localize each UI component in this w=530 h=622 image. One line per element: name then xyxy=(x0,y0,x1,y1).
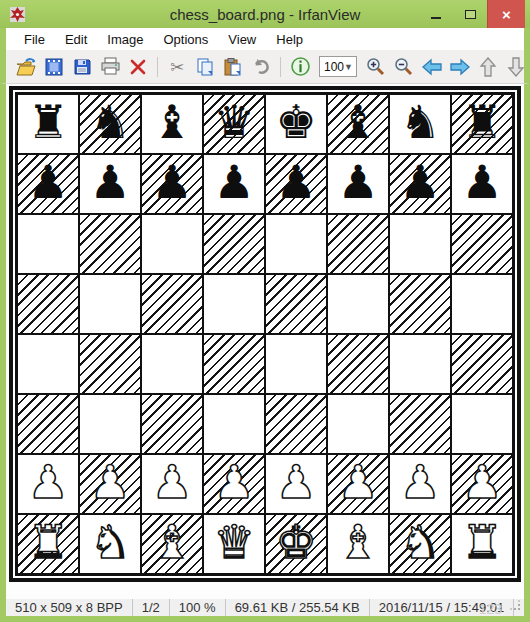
square-e5 xyxy=(265,274,327,334)
square-b3 xyxy=(79,394,141,454)
square-h5 xyxy=(451,274,513,334)
square-g3 xyxy=(389,394,451,454)
square-b1: ♞ xyxy=(79,514,141,574)
square-a2: ♟ xyxy=(17,454,79,514)
square-f7: ♟ xyxy=(327,154,389,214)
square-f3 xyxy=(327,394,389,454)
square-d2: ♟ xyxy=(203,454,265,514)
piece-black-pawn-c7: ♟ xyxy=(151,159,192,205)
piece-white-pawn-b2: ♟ xyxy=(89,459,130,505)
square-c2: ♟ xyxy=(141,454,203,514)
square-d4 xyxy=(203,334,265,394)
square-g6 xyxy=(389,214,451,274)
piece-white-pawn-a2: ♟ xyxy=(27,459,68,505)
square-a3 xyxy=(17,394,79,454)
piece-white-knight-b1: ♞ xyxy=(89,519,130,565)
piece-white-pawn-c2: ♟ xyxy=(151,459,192,505)
status-image-dimensions: 510 x 509 x 8 BPP xyxy=(6,599,133,616)
close-button[interactable]: × xyxy=(487,0,525,28)
copy-icon[interactable] xyxy=(192,54,218,80)
menu-options[interactable]: Options xyxy=(154,28,219,50)
square-g4 xyxy=(389,334,451,394)
square-e3 xyxy=(265,394,327,454)
piece-black-king-e8: ♚ xyxy=(275,99,316,145)
square-b4 xyxy=(79,334,141,394)
status-file-size: 69.61 KB / 255.54 KB xyxy=(226,599,370,616)
square-f4 xyxy=(327,334,389,394)
info-icon[interactable] xyxy=(287,54,313,80)
toolbar-separator xyxy=(157,57,158,77)
square-e6 xyxy=(265,214,327,274)
chess-board-image: ♜♞♝♛♚♝♞♜♟♟♟♟♟♟♟♟♟♟♟♟♟♟♟♟♜♞♝♛♚♝♞♜ xyxy=(9,86,521,582)
piece-black-knight-b8: ♞ xyxy=(89,99,130,145)
square-e7: ♟ xyxy=(265,154,327,214)
piece-black-pawn-d7: ♟ xyxy=(213,159,254,205)
piece-black-bishop-c8: ♝ xyxy=(151,99,192,145)
image-viewport: ♜♞♝♛♚♝♞♜♟♟♟♟♟♟♟♟♟♟♟♟♟♟♟♟♜♞♝♛♚♝♞♜ xyxy=(0,84,530,599)
square-b2: ♟ xyxy=(79,454,141,514)
square-d3 xyxy=(203,394,265,454)
toolbar-separator xyxy=(280,57,281,77)
piece-black-queen-d8: ♛ xyxy=(213,99,254,145)
square-e8: ♚ xyxy=(265,94,327,154)
square-a6 xyxy=(17,214,79,274)
square-c7: ♟ xyxy=(141,154,203,214)
square-e4 xyxy=(265,334,327,394)
square-h3 xyxy=(451,394,513,454)
square-b7: ♟ xyxy=(79,154,141,214)
square-a7: ♟ xyxy=(17,154,79,214)
zoom-in-icon[interactable] xyxy=(363,54,389,80)
square-a1: ♜ xyxy=(17,514,79,574)
menu-view[interactable]: View xyxy=(218,28,266,50)
save-icon[interactable] xyxy=(69,54,95,80)
square-b5 xyxy=(79,274,141,334)
undo-icon[interactable] xyxy=(248,54,274,80)
square-g8: ♞ xyxy=(389,94,451,154)
window-controls: × xyxy=(419,0,530,28)
piece-black-pawn-f7: ♟ xyxy=(337,159,378,205)
square-f8: ♝ xyxy=(327,94,389,154)
square-f2: ♟ xyxy=(327,454,389,514)
previous-image-icon[interactable] xyxy=(419,54,445,80)
square-e2: ♟ xyxy=(265,454,327,514)
square-c4 xyxy=(141,334,203,394)
piece-black-knight-g8: ♞ xyxy=(399,99,440,145)
square-h1: ♜ xyxy=(451,514,513,574)
piece-black-pawn-b7: ♟ xyxy=(89,159,130,205)
piece-white-king-e1: ♚ xyxy=(275,519,316,565)
square-a4 xyxy=(17,334,79,394)
piece-white-rook-h1: ♜ xyxy=(461,519,502,565)
chess-board-grid: ♜♞♝♛♚♝♞♜♟♟♟♟♟♟♟♟♟♟♟♟♟♟♟♟♜♞♝♛♚♝♞♜ xyxy=(15,92,515,576)
square-f5 xyxy=(327,274,389,334)
menu-help[interactable]: Help xyxy=(266,28,313,50)
square-d1: ♛ xyxy=(203,514,265,574)
minimize-button[interactable] xyxy=(419,0,453,28)
square-f6 xyxy=(327,214,389,274)
square-h6 xyxy=(451,214,513,274)
thumbnails-icon[interactable] xyxy=(41,54,67,80)
square-g5 xyxy=(389,274,451,334)
print-icon[interactable] xyxy=(97,54,123,80)
square-b8: ♞ xyxy=(79,94,141,154)
delete-icon[interactable] xyxy=(125,54,151,80)
zoom-out-icon[interactable] xyxy=(391,54,417,80)
piece-white-pawn-g2: ♟ xyxy=(399,459,440,505)
square-d6 xyxy=(203,214,265,274)
piece-white-bishop-c1: ♝ xyxy=(151,519,192,565)
title-bar: chess_board.png - IrfanView × xyxy=(0,0,530,28)
minimize-icon xyxy=(431,17,441,19)
piece-white-pawn-d2: ♟ xyxy=(213,459,254,505)
square-d5 xyxy=(203,274,265,334)
piece-black-rook-a8: ♜ xyxy=(27,99,68,145)
status-datetime: 2016/11/15 / 15:49:01 xyxy=(370,599,515,616)
maximize-icon xyxy=(465,10,476,19)
toolbar: ✂ xyxy=(0,50,530,84)
piece-white-bishop-f1: ♝ xyxy=(337,519,378,565)
square-b6 xyxy=(79,214,141,274)
paste-icon[interactable] xyxy=(220,54,246,80)
square-f1: ♝ xyxy=(327,514,389,574)
chevron-down-icon: ▼ xyxy=(344,62,356,72)
square-c6 xyxy=(141,214,203,274)
square-h7: ♟ xyxy=(451,154,513,214)
piece-white-pawn-e2: ♟ xyxy=(275,459,316,505)
status-zoom-percent: 100 % xyxy=(170,599,226,616)
square-e1: ♚ xyxy=(265,514,327,574)
zoom-level-value: 100 xyxy=(324,60,344,74)
square-c3 xyxy=(141,394,203,454)
maximize-button[interactable] xyxy=(453,0,487,28)
zoom-level-combobox[interactable]: 100 ▼ xyxy=(319,56,357,77)
square-c8: ♝ xyxy=(141,94,203,154)
piece-black-pawn-e7: ♟ xyxy=(275,159,316,205)
piece-black-pawn-g7: ♟ xyxy=(399,159,440,205)
square-c5 xyxy=(141,274,203,334)
square-g2: ♟ xyxy=(389,454,451,514)
square-g1: ♞ xyxy=(389,514,451,574)
menu-file[interactable]: File xyxy=(14,28,55,50)
piece-white-rook-a1: ♜ xyxy=(27,519,68,565)
square-h8: ♜ xyxy=(451,94,513,154)
square-c1: ♝ xyxy=(141,514,203,574)
piece-white-knight-g1: ♞ xyxy=(399,519,440,565)
piece-black-pawn-h7: ♟ xyxy=(461,159,502,205)
menu-image[interactable]: Image xyxy=(97,28,153,50)
next-image-icon[interactable] xyxy=(447,54,473,80)
square-g7: ♟ xyxy=(389,154,451,214)
status-page-index: 1/2 xyxy=(133,599,170,616)
square-h4 xyxy=(451,334,513,394)
square-a5 xyxy=(17,274,79,334)
square-h2: ♟ xyxy=(451,454,513,514)
square-d8: ♛ xyxy=(203,94,265,154)
menu-bar: File Edit Image Options View Help xyxy=(0,28,530,50)
resize-grip[interactable] xyxy=(510,599,521,614)
cut-icon[interactable]: ✂ xyxy=(164,54,190,80)
irfanview-window: chess_board.png - IrfanView × File Edit … xyxy=(0,0,530,622)
piece-black-bishop-f8: ♝ xyxy=(337,99,378,145)
square-d7: ♟ xyxy=(203,154,265,214)
first-image-icon[interactable] xyxy=(475,54,501,80)
irfanview-logo-icon xyxy=(9,6,26,23)
piece-white-pawn-h2: ♟ xyxy=(461,459,502,505)
piece-white-queen-d1: ♛ xyxy=(213,519,254,565)
last-image-icon[interactable] xyxy=(503,54,529,80)
menu-edit[interactable]: Edit xyxy=(55,28,97,50)
square-a8: ♜ xyxy=(17,94,79,154)
piece-white-pawn-f2: ♟ xyxy=(337,459,378,505)
status-bar: 510 x 509 x 8 BPP 1/2 100 % 69.61 KB / 2… xyxy=(0,599,530,622)
piece-black-rook-h8: ♜ xyxy=(461,99,502,145)
piece-black-pawn-a7: ♟ xyxy=(27,159,68,205)
open-folder-icon[interactable] xyxy=(13,54,39,80)
